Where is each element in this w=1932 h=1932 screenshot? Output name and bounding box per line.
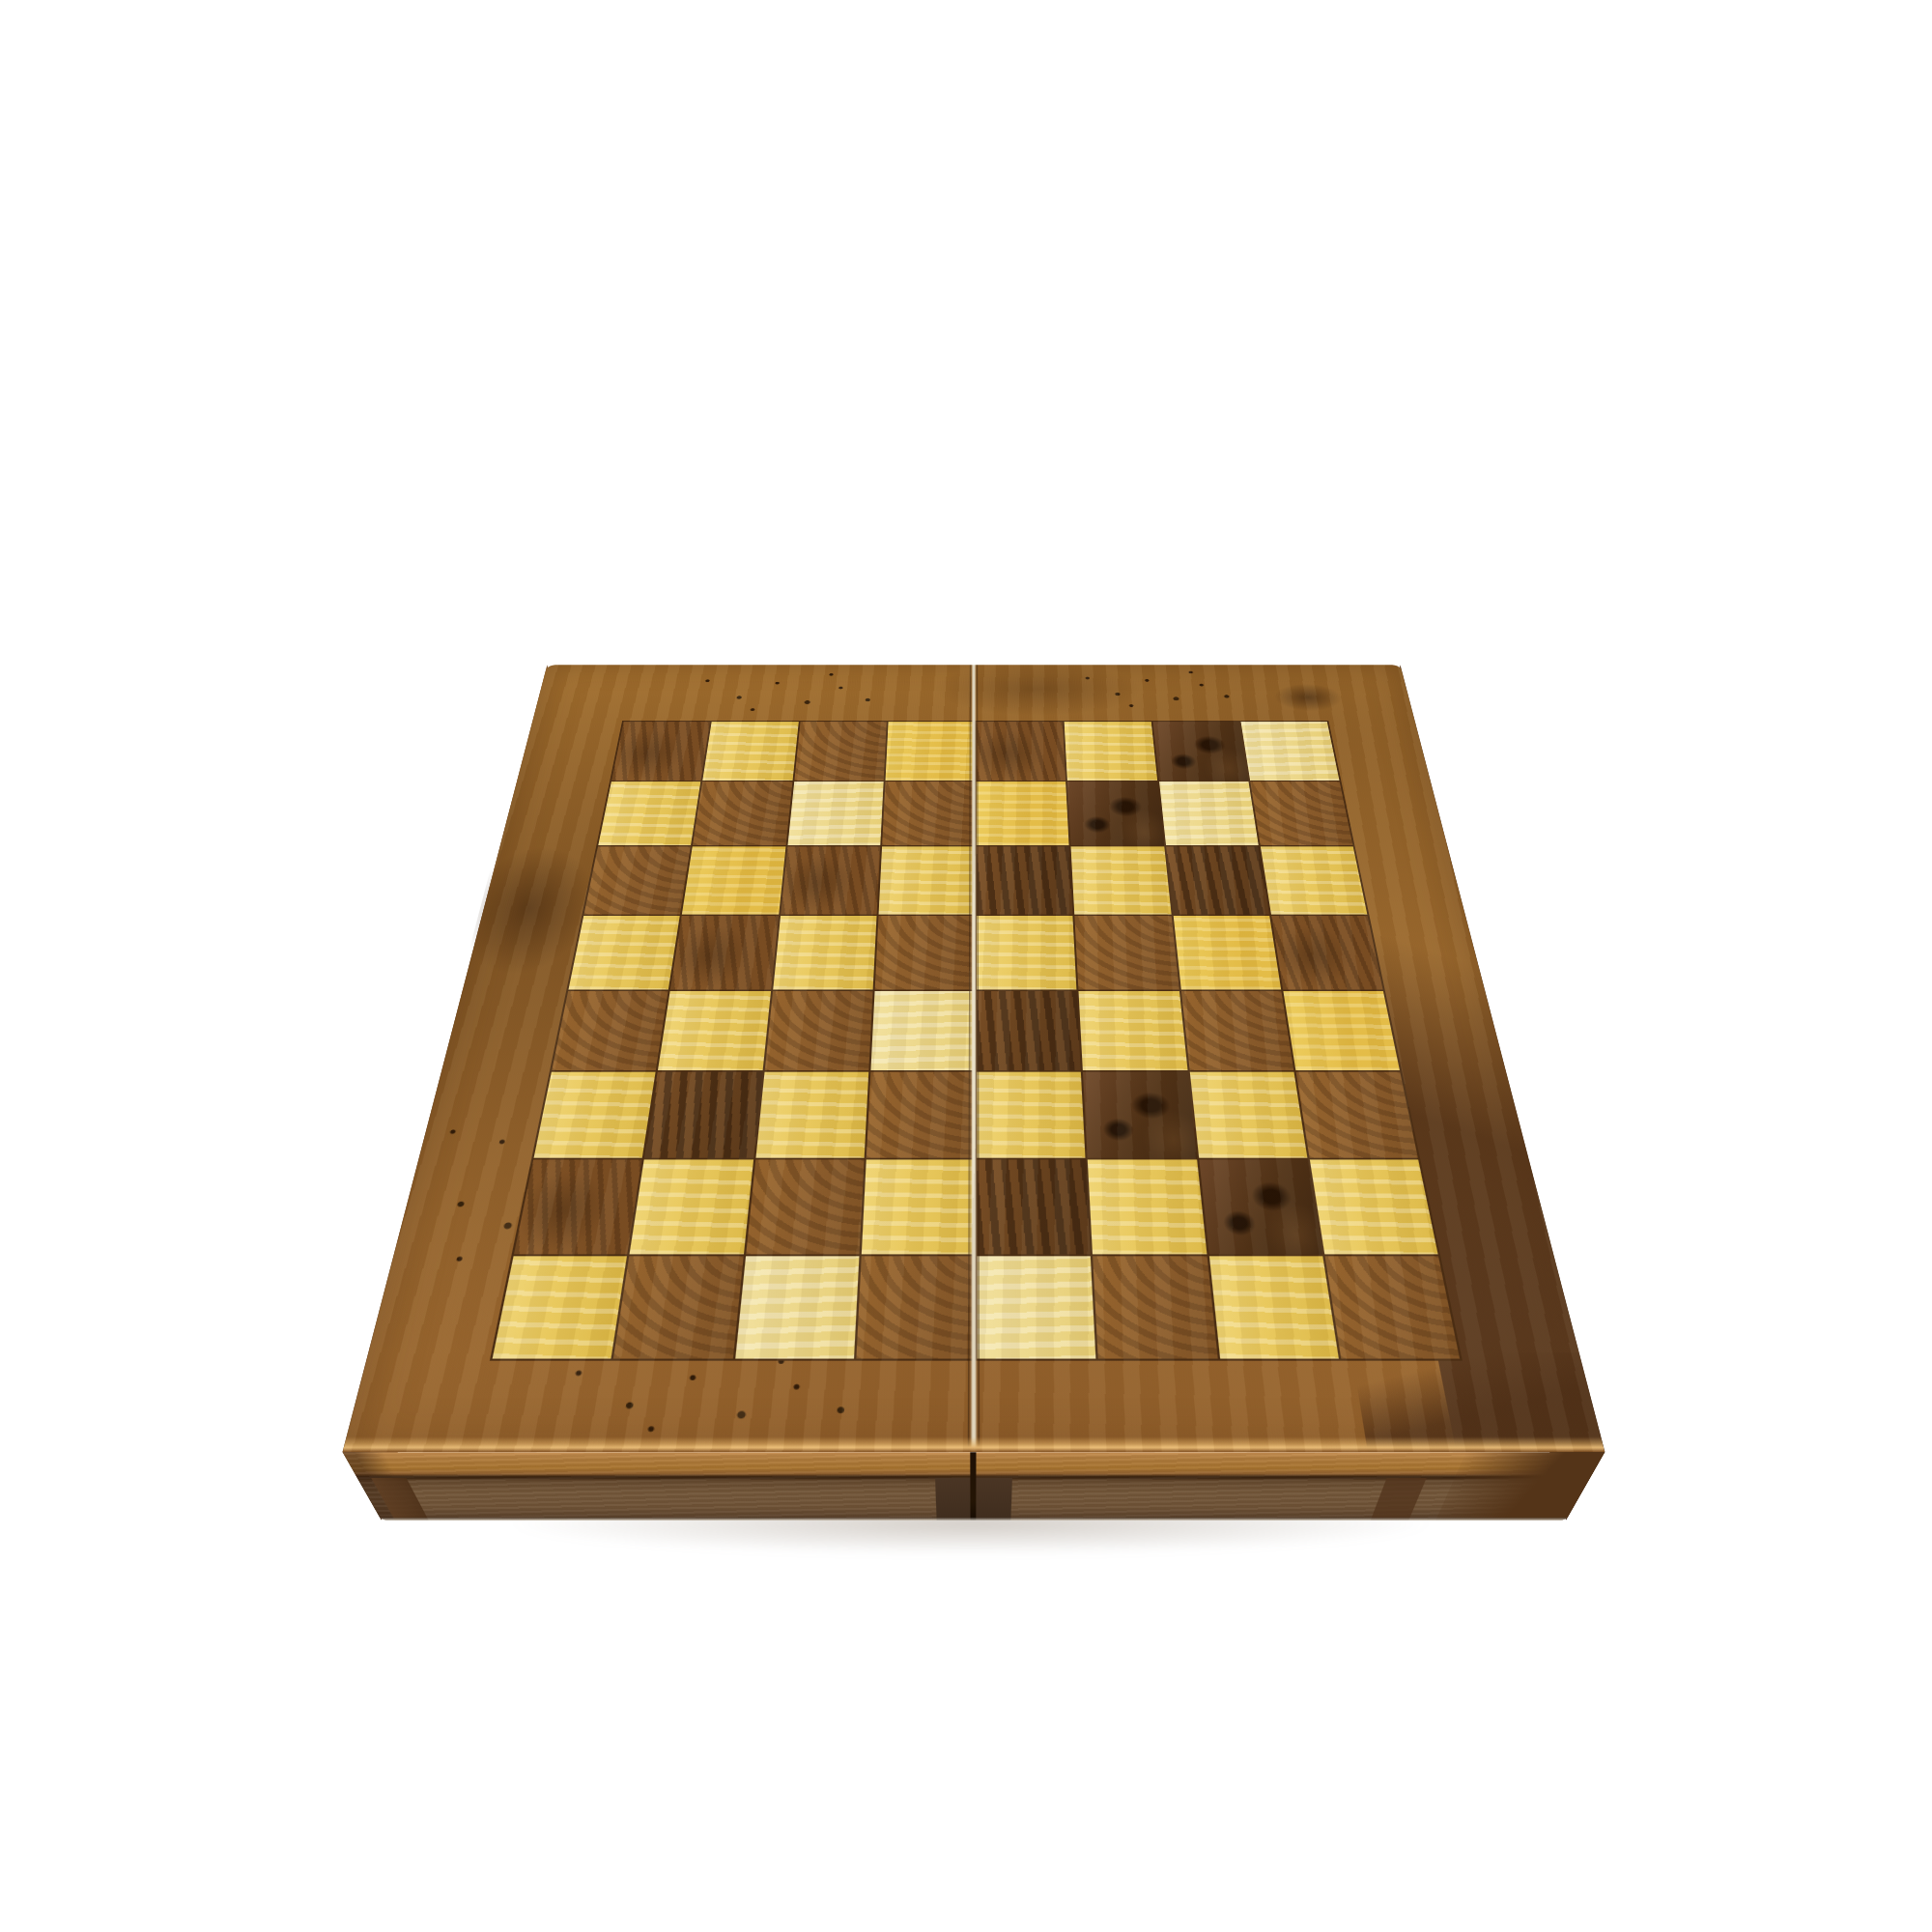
walnut-border-right: [1339, 863, 1605, 1452]
hinge-seam: [968, 665, 980, 1452]
board-square: [1199, 1160, 1322, 1254]
front-corner-joint-right: [1371, 1478, 1427, 1520]
board-square: [977, 916, 1077, 989]
board-square: [1271, 916, 1383, 989]
board-square: [583, 846, 691, 914]
board-square: [977, 781, 1069, 844]
board-square: [1079, 991, 1187, 1070]
board-square: [658, 991, 770, 1070]
board-square: [1250, 781, 1352, 844]
board-square: [1173, 916, 1281, 989]
box-front-face: [343, 1452, 1605, 1520]
board-square: [867, 1072, 976, 1158]
bottom-edge-sheen: [380, 1518, 1568, 1521]
board-square: [1083, 1072, 1196, 1158]
board-square: [977, 1256, 1095, 1359]
board-square: [670, 916, 778, 989]
hinge-seam-front: [970, 1452, 976, 1520]
board-square: [1166, 846, 1269, 914]
board-square: [613, 1256, 743, 1359]
board-square: [682, 846, 785, 914]
pin-knot-cluster: [675, 669, 895, 718]
board-square: [1261, 846, 1368, 914]
board-square: [856, 1256, 975, 1359]
board-square: [794, 722, 887, 781]
board-square: [598, 781, 700, 844]
board-square: [693, 781, 792, 844]
board-square: [1067, 781, 1164, 844]
board-square: [977, 722, 1066, 781]
chessboard-box: [343, 665, 1605, 1452]
board-square: [977, 991, 1081, 1070]
board-square: [977, 846, 1073, 914]
board-square: [1152, 722, 1248, 781]
board-square: [977, 1160, 1091, 1254]
burl-knot-top-right: [1257, 678, 1360, 717]
board-square: [552, 991, 668, 1070]
board-square: [1071, 846, 1171, 914]
pin-knot-cluster: [524, 1350, 885, 1443]
board-square: [781, 846, 880, 914]
board-square: [1065, 722, 1157, 781]
board-square: [1324, 1256, 1460, 1359]
walnut-border-bottom-right: [1351, 1352, 1605, 1452]
board-square: [533, 1072, 655, 1158]
board-square: [977, 1072, 1086, 1158]
board-square: [755, 1072, 868, 1158]
front-corner-joint-left: [371, 1478, 429, 1520]
scene-3d: [0, 0, 1932, 1932]
board-square: [1075, 916, 1179, 989]
board-square: [1283, 991, 1400, 1070]
board-square: [735, 1256, 860, 1359]
board-square: [1189, 1072, 1307, 1158]
pin-knot-cluster: [1065, 667, 1251, 712]
board-square: [874, 916, 975, 989]
board-square: [630, 1160, 753, 1254]
board-square: [787, 781, 883, 844]
board-square: [493, 1256, 628, 1359]
board-square: [746, 1160, 865, 1254]
board-square: [1310, 1160, 1438, 1254]
product-photo: [0, 0, 1932, 1932]
board-square: [644, 1072, 762, 1158]
board-square: [611, 722, 710, 781]
board-square: [702, 722, 798, 781]
board-square: [870, 991, 975, 1070]
board-square: [885, 722, 975, 781]
board-square: [1159, 781, 1259, 844]
pin-knot-cluster: [393, 1083, 599, 1293]
board-top-face: [343, 665, 1605, 1452]
board-square: [764, 991, 872, 1070]
board-square: [1240, 722, 1339, 781]
board-square: [1088, 1160, 1207, 1254]
board-square: [569, 916, 680, 989]
board-square: [882, 781, 975, 844]
board-square: [1180, 991, 1293, 1070]
board-square: [862, 1160, 976, 1254]
front-walnut-right: [1435, 1452, 1605, 1520]
board-square: [1295, 1072, 1418, 1158]
board-square: [514, 1160, 642, 1254]
board-square: [773, 916, 877, 989]
board-square: [878, 846, 975, 914]
front-edge-highlight: [343, 1436, 1605, 1452]
burl-figure-top-center: [901, 665, 1152, 719]
board-square: [1093, 1256, 1217, 1359]
board-square: [1208, 1256, 1338, 1359]
